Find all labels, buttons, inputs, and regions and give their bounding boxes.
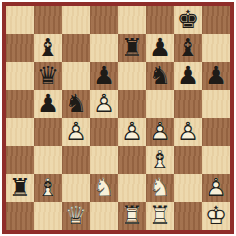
board-frame: ♚♝♜♟♝♛♟♞♟♟♟♞♟♙♟♙♟♙♟♙♟♙♝♗♜♝♗♞♘♞♘♟♙♛♕♜♖♜♖♚…	[2, 2, 234, 234]
square-g7[interactable]: ♝	[174, 34, 202, 62]
square-b5[interactable]: ♟	[34, 90, 62, 118]
piece-black-queen: ♛	[34, 62, 62, 90]
square-b4[interactable]	[34, 118, 62, 146]
square-b6[interactable]: ♛	[34, 62, 62, 90]
piece-white-pawn-fill: ♟	[90, 90, 118, 118]
piece-white-knight: ♘	[146, 174, 174, 202]
square-h5[interactable]	[202, 90, 230, 118]
square-h1[interactable]: ♚♔	[202, 202, 230, 230]
square-e7[interactable]: ♜	[118, 34, 146, 62]
piece-white-bishop: ♗	[34, 174, 62, 202]
square-a7[interactable]	[6, 34, 34, 62]
square-h6[interactable]: ♟	[202, 62, 230, 90]
square-e1[interactable]: ♜♖	[118, 202, 146, 230]
square-e6[interactable]	[118, 62, 146, 90]
piece-black-pawn: ♟	[202, 62, 230, 90]
square-e3[interactable]	[118, 146, 146, 174]
piece-white-rook: ♖	[118, 202, 146, 230]
piece-black-rook: ♜	[6, 174, 34, 202]
square-h4[interactable]	[202, 118, 230, 146]
piece-white-knight-fill: ♞	[90, 174, 118, 202]
piece-white-pawn: ♙	[62, 118, 90, 146]
square-g5[interactable]	[174, 90, 202, 118]
square-c1[interactable]: ♛♕	[62, 202, 90, 230]
piece-white-rook-fill: ♜	[146, 202, 174, 230]
square-h2[interactable]: ♟♙	[202, 174, 230, 202]
square-f7[interactable]: ♟	[146, 34, 174, 62]
piece-black-pawn: ♟	[146, 34, 174, 62]
square-a5[interactable]	[6, 90, 34, 118]
square-g4[interactable]: ♟♙	[174, 118, 202, 146]
piece-black-king: ♚	[174, 6, 202, 34]
piece-black-pawn: ♟	[90, 62, 118, 90]
square-g3[interactable]	[174, 146, 202, 174]
square-a6[interactable]	[6, 62, 34, 90]
square-d3[interactable]	[90, 146, 118, 174]
piece-black-knight: ♞	[146, 62, 174, 90]
square-a2[interactable]: ♜	[6, 174, 34, 202]
square-f2[interactable]: ♞♘	[146, 174, 174, 202]
piece-black-bishop: ♝	[174, 34, 202, 62]
square-c7[interactable]	[62, 34, 90, 62]
square-e5[interactable]	[118, 90, 146, 118]
square-c2[interactable]	[62, 174, 90, 202]
square-a1[interactable]	[6, 202, 34, 230]
piece-white-queen: ♕	[62, 202, 90, 230]
square-a3[interactable]	[6, 146, 34, 174]
piece-white-rook-fill: ♜	[118, 202, 146, 230]
square-f1[interactable]: ♜♖	[146, 202, 174, 230]
square-e4[interactable]: ♟♙	[118, 118, 146, 146]
square-b8[interactable]	[34, 6, 62, 34]
square-d8[interactable]	[90, 6, 118, 34]
square-h7[interactable]	[202, 34, 230, 62]
square-f5[interactable]	[146, 90, 174, 118]
piece-black-rook: ♜	[118, 34, 146, 62]
square-a8[interactable]	[6, 6, 34, 34]
piece-white-king-fill: ♚	[202, 202, 230, 230]
piece-white-king: ♔	[202, 202, 230, 230]
piece-white-knight-fill: ♞	[146, 174, 174, 202]
square-b7[interactable]: ♝	[34, 34, 62, 62]
square-d4[interactable]	[90, 118, 118, 146]
piece-white-knight: ♘	[90, 174, 118, 202]
square-f4[interactable]: ♟♙	[146, 118, 174, 146]
piece-white-rook: ♖	[146, 202, 174, 230]
piece-white-pawn-fill: ♟	[202, 174, 230, 202]
square-f8[interactable]	[146, 6, 174, 34]
square-d6[interactable]: ♟	[90, 62, 118, 90]
piece-white-pawn: ♙	[174, 118, 202, 146]
square-g2[interactable]	[174, 174, 202, 202]
piece-black-pawn: ♟	[34, 90, 62, 118]
piece-black-knight: ♞	[62, 90, 90, 118]
piece-white-pawn-fill: ♟	[62, 118, 90, 146]
square-d7[interactable]	[90, 34, 118, 62]
square-c6[interactable]	[62, 62, 90, 90]
square-d5[interactable]: ♟♙	[90, 90, 118, 118]
square-d2[interactable]: ♞♘	[90, 174, 118, 202]
square-c4[interactable]: ♟♙	[62, 118, 90, 146]
piece-white-queen-fill: ♛	[62, 202, 90, 230]
square-e8[interactable]	[118, 6, 146, 34]
square-b3[interactable]	[34, 146, 62, 174]
square-d1[interactable]	[90, 202, 118, 230]
piece-black-pawn: ♟	[174, 62, 202, 90]
piece-white-pawn: ♙	[146, 118, 174, 146]
square-f6[interactable]: ♞	[146, 62, 174, 90]
chess-board: ♚♝♜♟♝♛♟♞♟♟♟♞♟♙♟♙♟♙♟♙♟♙♝♗♜♝♗♞♘♞♘♟♙♛♕♜♖♜♖♚…	[6, 6, 230, 230]
square-f3[interactable]: ♝♗	[146, 146, 174, 174]
piece-white-pawn-fill: ♟	[174, 118, 202, 146]
square-g6[interactable]: ♟	[174, 62, 202, 90]
square-c8[interactable]	[62, 6, 90, 34]
piece-white-pawn-fill: ♟	[146, 118, 174, 146]
square-c3[interactable]	[62, 146, 90, 174]
piece-white-bishop-fill: ♝	[146, 146, 174, 174]
piece-white-pawn-fill: ♟	[118, 118, 146, 146]
square-h3[interactable]	[202, 146, 230, 174]
piece-white-pawn: ♙	[202, 174, 230, 202]
square-b2[interactable]: ♝♗	[34, 174, 62, 202]
piece-black-bishop: ♝	[34, 34, 62, 62]
square-a4[interactable]	[6, 118, 34, 146]
square-e2[interactable]	[118, 174, 146, 202]
chess-diagram-page: ♚♝♜♟♝♛♟♞♟♟♟♞♟♙♟♙♟♙♟♙♟♙♝♗♜♝♗♞♘♞♘♟♙♛♕♜♖♜♖♚…	[0, 0, 236, 236]
square-c5[interactable]: ♞	[62, 90, 90, 118]
piece-white-pawn: ♙	[90, 90, 118, 118]
square-b1[interactable]	[34, 202, 62, 230]
square-g8[interactable]: ♚	[174, 6, 202, 34]
piece-white-bishop-fill: ♝	[34, 174, 62, 202]
piece-white-bishop: ♗	[146, 146, 174, 174]
square-g1[interactable]	[174, 202, 202, 230]
piece-white-pawn: ♙	[118, 118, 146, 146]
square-h8[interactable]	[202, 6, 230, 34]
